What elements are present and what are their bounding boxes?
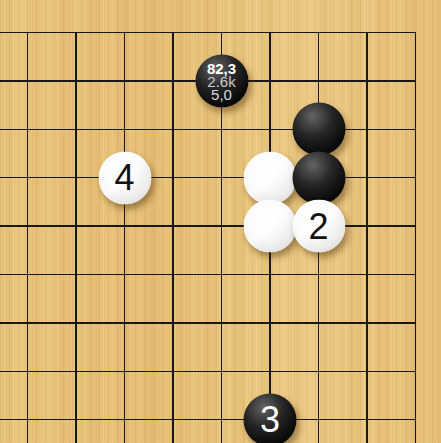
move-number-label: 4 <box>114 160 134 196</box>
white-stone-N16[interactable]: 4 <box>98 151 151 204</box>
grid-line-horizontal-7 <box>0 322 416 324</box>
move-number-label: 2 <box>308 208 328 244</box>
black-stone-R16[interactable] <box>292 151 345 204</box>
hint-stone-P18[interactable]: 82,32.6k5,0 <box>195 54 248 107</box>
grid-line-vertical-1 <box>27 32 29 443</box>
hint-score: 5,0 <box>211 87 232 100</box>
black-stone-Q11[interactable]: 3 <box>244 393 297 443</box>
grid-line-horizontal-5 <box>0 225 416 227</box>
grid-line-horizontal-9 <box>0 419 416 421</box>
move-number-label: 3 <box>260 402 280 438</box>
grid-line-horizontal-6 <box>0 274 416 276</box>
grid-line-horizontal-1 <box>0 32 416 34</box>
go-board[interactable]: 82,32.6k5,0423 <box>0 0 441 443</box>
grid-line-vertical-2 <box>75 32 77 443</box>
white-stone-Q16[interactable] <box>244 151 297 204</box>
grid-line-horizontal-3 <box>0 129 416 131</box>
white-stone-Q15[interactable] <box>244 200 297 253</box>
grid-line-horizontal-8 <box>0 371 416 373</box>
grid-line-horizontal-4 <box>0 177 416 179</box>
grid-line-vertical-3 <box>124 32 126 443</box>
black-stone-R17[interactable] <box>292 103 345 156</box>
grid-line-vertical-4 <box>172 32 174 443</box>
grid-line-vertical-9 <box>415 32 417 443</box>
grid-line-vertical-8 <box>366 32 368 443</box>
white-stone-R15[interactable]: 2 <box>292 200 345 253</box>
